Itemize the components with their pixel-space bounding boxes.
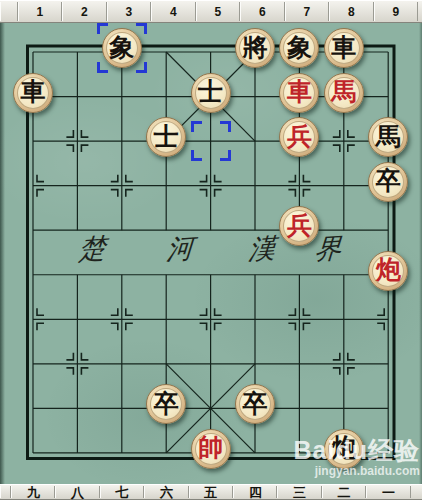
piece-character: 馬 xyxy=(331,79,356,104)
piece-face: 炮 xyxy=(328,433,360,465)
file-label-bottom-1: 九 xyxy=(11,486,55,498)
piece-black-chariot[interactable]: 車 xyxy=(13,73,53,113)
file-label-top-9: 9 xyxy=(374,2,419,21)
piece-face: 馬 xyxy=(372,121,404,153)
piece-character: 將 xyxy=(243,35,268,60)
piece-red-cannon[interactable]: 炮 xyxy=(368,251,408,291)
file-label-top-3: 3 xyxy=(107,2,152,21)
file-label-bottom-6: 四 xyxy=(233,486,277,498)
piece-character: 士 xyxy=(198,79,223,104)
bracket-corner xyxy=(220,150,231,161)
piece-face: 象 xyxy=(283,32,315,64)
piece-black-advisor[interactable]: 士 xyxy=(191,73,231,113)
piece-face: 卒 xyxy=(239,388,271,420)
piece-character: 兵 xyxy=(287,124,312,149)
top-file-labels: 123456789 xyxy=(0,0,422,23)
piece-character: 馬 xyxy=(376,124,401,149)
piece-face: 帥 xyxy=(195,433,227,465)
file-label-bottom-3: 七 xyxy=(100,486,144,498)
piece-character: 卒 xyxy=(376,168,401,193)
bracket-corner xyxy=(136,62,147,73)
bracket-corner xyxy=(97,23,108,34)
file-label-bottom-stub xyxy=(0,486,11,498)
piece-red-general[interactable]: 帥 xyxy=(191,429,231,469)
file-label-bottom-5: 五 xyxy=(189,486,233,498)
file-label-bottom-4: 六 xyxy=(144,486,188,498)
file-label-top-8: 8 xyxy=(329,2,374,21)
piece-character: 兵 xyxy=(287,213,312,238)
piece-black-cannon[interactable]: 炮 xyxy=(324,429,364,469)
piece-face: 馬 xyxy=(328,77,360,109)
piece-face: 將 xyxy=(239,32,271,64)
piece-face: 兵 xyxy=(283,121,315,153)
piece-character: 車 xyxy=(287,79,312,104)
board-left-edge-shade xyxy=(0,23,5,484)
piece-red-horse[interactable]: 馬 xyxy=(324,73,364,113)
piece-face: 車 xyxy=(328,32,360,64)
piece-character: 士 xyxy=(154,124,179,149)
piece-black-general[interactable]: 將 xyxy=(235,28,275,68)
piece-face: 卒 xyxy=(150,388,182,420)
piece-character: 卒 xyxy=(243,391,268,416)
piece-face: 卒 xyxy=(372,166,404,198)
file-label-bottom-2: 八 xyxy=(55,486,99,498)
selected-piece-marker xyxy=(97,23,147,73)
piece-face: 士 xyxy=(150,121,182,153)
file-label-top-2: 2 xyxy=(62,2,107,21)
piece-face: 車 xyxy=(17,77,49,109)
piece-red-chariot[interactable]: 車 xyxy=(279,73,319,113)
piece-black-horse[interactable]: 馬 xyxy=(368,117,408,157)
file-label-top-stub xyxy=(0,2,18,21)
file-label-top-5: 5 xyxy=(196,2,241,21)
piece-black-chariot[interactable]: 車 xyxy=(324,28,364,68)
piece-black-advisor[interactable]: 士 xyxy=(146,117,186,157)
xiangqi-game-window: 楚河漢界 象將象車車士車馬士兵馬卒兵炮卒卒帥炮 123456789 九八七六五四… xyxy=(0,0,422,500)
piece-character: 炮 xyxy=(331,435,356,460)
bracket-corner xyxy=(136,23,147,34)
piece-face: 兵 xyxy=(283,210,315,242)
bracket-corner xyxy=(191,150,202,161)
file-label-top-4: 4 xyxy=(151,2,196,21)
piece-character: 卒 xyxy=(154,391,179,416)
piece-character: 車 xyxy=(331,35,356,60)
file-label-bottom-8: 二 xyxy=(322,486,366,498)
bracket-corner xyxy=(191,121,202,132)
file-label-bottom-9: 一 xyxy=(366,486,410,498)
piece-face: 炮 xyxy=(372,255,404,287)
file-label-top-6: 6 xyxy=(240,2,285,21)
file-label-top-7: 7 xyxy=(285,2,330,21)
bracket-corner xyxy=(220,121,231,132)
bottom-file-labels: 九八七六五四三二一 xyxy=(0,484,422,500)
piece-character: 帥 xyxy=(198,435,223,460)
file-label-top-1: 1 xyxy=(18,2,63,21)
move-target-marker[interactable] xyxy=(191,121,231,161)
piece-face: 車 xyxy=(283,77,315,109)
bracket-corner xyxy=(97,62,108,73)
piece-character: 車 xyxy=(21,79,46,104)
piece-black-soldier[interactable]: 卒 xyxy=(368,162,408,202)
piece-face: 士 xyxy=(195,77,227,109)
file-label-bottom-7: 三 xyxy=(277,486,321,498)
piece-character: 象 xyxy=(287,35,312,60)
piece-character: 炮 xyxy=(376,257,401,282)
